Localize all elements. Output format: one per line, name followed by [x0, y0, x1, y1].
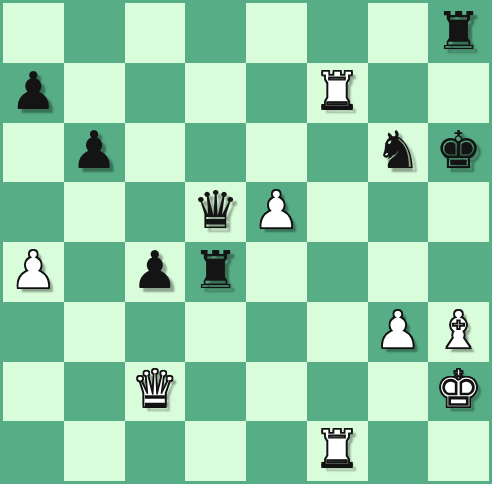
square-f2[interactable]	[307, 362, 368, 422]
square-f3[interactable]	[307, 302, 368, 362]
square-f7[interactable]: ♜	[307, 63, 368, 123]
square-c1[interactable]	[125, 421, 186, 481]
square-g7[interactable]	[368, 63, 429, 123]
square-d3[interactable]	[185, 302, 246, 362]
square-c3[interactable]	[125, 302, 186, 362]
square-f5[interactable]	[307, 182, 368, 242]
square-e1[interactable]	[246, 421, 307, 481]
square-d4[interactable]: ♜	[185, 242, 246, 302]
square-e2[interactable]	[246, 362, 307, 422]
black-pawn[interactable]: ♟	[10, 65, 57, 117]
square-b4[interactable]	[64, 242, 125, 302]
black-knight[interactable]: ♞	[375, 124, 422, 176]
square-h6[interactable]: ♚	[428, 123, 489, 183]
white-pawn[interactable]: ♟	[10, 244, 57, 296]
square-b5[interactable]	[64, 182, 125, 242]
white-king[interactable]: ♚	[435, 363, 482, 415]
square-d1[interactable]	[185, 421, 246, 481]
square-e6[interactable]	[246, 123, 307, 183]
square-g3[interactable]: ♟	[368, 302, 429, 362]
square-d5[interactable]: ♛	[185, 182, 246, 242]
square-f6[interactable]	[307, 123, 368, 183]
square-h7[interactable]	[428, 63, 489, 123]
square-b6[interactable]: ♟	[64, 123, 125, 183]
black-pawn[interactable]: ♟	[71, 124, 118, 176]
black-pawn[interactable]: ♟	[132, 244, 179, 296]
square-e8[interactable]	[246, 3, 307, 63]
square-b2[interactable]	[64, 362, 125, 422]
square-b7[interactable]	[64, 63, 125, 123]
square-a2[interactable]	[3, 362, 64, 422]
black-queen[interactable]: ♛	[192, 184, 239, 236]
square-h3[interactable]: ♝	[428, 302, 489, 362]
square-h2[interactable]: ♚	[428, 362, 489, 422]
chess-board-frame: ♜♟♜♟♞♚♛♟♟♟♜♟♝♛♚♜	[0, 0, 492, 484]
square-d6[interactable]	[185, 123, 246, 183]
square-g5[interactable]	[368, 182, 429, 242]
square-c5[interactable]	[125, 182, 186, 242]
square-g6[interactable]: ♞	[368, 123, 429, 183]
square-b8[interactable]	[64, 3, 125, 63]
square-f1[interactable]: ♜	[307, 421, 368, 481]
white-bishop[interactable]: ♝	[435, 304, 482, 356]
square-f4[interactable]	[307, 242, 368, 302]
square-f8[interactable]	[307, 3, 368, 63]
square-h4[interactable]	[428, 242, 489, 302]
white-pawn[interactable]: ♟	[375, 304, 422, 356]
square-a5[interactable]	[3, 182, 64, 242]
black-king[interactable]: ♚	[435, 124, 482, 176]
square-g2[interactable]	[368, 362, 429, 422]
black-rook[interactable]: ♜	[435, 5, 482, 57]
square-b1[interactable]	[64, 421, 125, 481]
white-rook[interactable]: ♜	[314, 423, 361, 475]
square-c7[interactable]	[125, 63, 186, 123]
square-c6[interactable]	[125, 123, 186, 183]
square-h8[interactable]: ♜	[428, 3, 489, 63]
square-d7[interactable]	[185, 63, 246, 123]
square-e5[interactable]: ♟	[246, 182, 307, 242]
square-a3[interactable]	[3, 302, 64, 362]
square-g8[interactable]	[368, 3, 429, 63]
square-h5[interactable]	[428, 182, 489, 242]
square-c2[interactable]: ♛	[125, 362, 186, 422]
square-d8[interactable]	[185, 3, 246, 63]
square-a1[interactable]	[3, 421, 64, 481]
white-pawn[interactable]: ♟	[253, 184, 300, 236]
white-rook[interactable]: ♜	[314, 65, 361, 117]
square-e7[interactable]	[246, 63, 307, 123]
square-e3[interactable]	[246, 302, 307, 362]
square-a7[interactable]: ♟	[3, 63, 64, 123]
square-g4[interactable]	[368, 242, 429, 302]
square-a4[interactable]: ♟	[3, 242, 64, 302]
square-h1[interactable]	[428, 421, 489, 481]
square-a8[interactable]	[3, 3, 64, 63]
chess-board: ♜♟♜♟♞♚♛♟♟♟♜♟♝♛♚♜	[3, 3, 489, 481]
square-e4[interactable]	[246, 242, 307, 302]
white-queen[interactable]: ♛	[132, 363, 179, 415]
square-a6[interactable]	[3, 123, 64, 183]
square-d2[interactable]	[185, 362, 246, 422]
square-c4[interactable]: ♟	[125, 242, 186, 302]
square-c8[interactable]	[125, 3, 186, 63]
square-b3[interactable]	[64, 302, 125, 362]
square-g1[interactable]	[368, 421, 429, 481]
black-rook[interactable]: ♜	[192, 244, 239, 296]
